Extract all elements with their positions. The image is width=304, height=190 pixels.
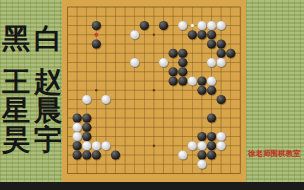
black-name-char-1: 王 bbox=[1, 67, 31, 97]
stone-white bbox=[92, 141, 101, 150]
stone-black bbox=[140, 21, 149, 30]
stone-black bbox=[197, 150, 206, 159]
stone-black bbox=[169, 67, 178, 76]
stone-white bbox=[217, 58, 226, 67]
stone-black bbox=[226, 49, 235, 58]
red-dot-marker bbox=[94, 33, 98, 37]
stone-black bbox=[178, 67, 187, 76]
stone-white bbox=[217, 141, 226, 150]
hoshi-point bbox=[153, 89, 155, 91]
stone-black bbox=[207, 132, 216, 141]
left-player-panel: 黑 王 星 昊 白 赵 晨 宇 bbox=[0, 0, 62, 182]
stone-black bbox=[197, 76, 206, 85]
stone-white bbox=[197, 160, 206, 169]
stone-white bbox=[197, 21, 206, 30]
stone-white bbox=[217, 21, 226, 30]
stone-black bbox=[207, 86, 216, 95]
stone-black bbox=[178, 76, 187, 85]
stone-black bbox=[82, 132, 91, 141]
stone-white bbox=[101, 95, 110, 104]
stone-black bbox=[169, 49, 178, 58]
black-name-char-2: 星 bbox=[1, 96, 31, 126]
hoshi-point bbox=[95, 89, 97, 91]
go-board-svg[interactable] bbox=[62, 0, 246, 182]
stone-black bbox=[178, 49, 187, 58]
stone-white bbox=[207, 21, 216, 30]
stone-white bbox=[101, 141, 110, 150]
stone-black bbox=[197, 132, 206, 141]
stone-white bbox=[73, 132, 82, 141]
stone-white bbox=[207, 76, 216, 85]
watermark-text: 徐老师围棋教室 bbox=[248, 149, 302, 159]
stone-black bbox=[207, 113, 216, 122]
stone-white bbox=[130, 58, 139, 67]
white-name-char-2: 晨 bbox=[33, 96, 63, 126]
stone-white bbox=[82, 95, 91, 104]
white-label: 白 bbox=[33, 24, 63, 54]
stone-black bbox=[169, 76, 178, 85]
stone-black bbox=[73, 113, 82, 122]
black-label: 黑 bbox=[1, 24, 31, 54]
stone-black bbox=[207, 30, 216, 39]
stone-black bbox=[92, 39, 101, 48]
go-board[interactable] bbox=[62, 0, 246, 182]
stone-black bbox=[92, 21, 101, 30]
stone-white bbox=[188, 141, 197, 150]
stone-white bbox=[207, 58, 216, 67]
stone-black bbox=[82, 150, 91, 159]
stone-white bbox=[159, 58, 168, 67]
stone-white bbox=[130, 30, 139, 39]
stone-black bbox=[159, 21, 168, 30]
white-name-char-3: 宇 bbox=[33, 125, 63, 155]
black-name-char-3: 昊 bbox=[1, 125, 31, 155]
stone-white bbox=[178, 150, 187, 159]
stone-black bbox=[82, 113, 91, 122]
stone-black bbox=[217, 49, 226, 58]
stone-black bbox=[92, 150, 101, 159]
stone-black bbox=[82, 123, 91, 132]
stone-white bbox=[73, 123, 82, 132]
video-frame: 黑 王 星 昊 白 赵 晨 宇 徐老师围棋教室 bbox=[0, 0, 304, 190]
stone-black bbox=[207, 150, 216, 159]
stone-white bbox=[82, 141, 91, 150]
stone-black bbox=[178, 58, 187, 67]
stone-white bbox=[188, 76, 197, 85]
stone-white bbox=[178, 21, 187, 30]
hoshi-point bbox=[153, 34, 155, 36]
stone-black bbox=[217, 95, 226, 104]
stone-black bbox=[111, 150, 120, 159]
white-name-char-1: 赵 bbox=[33, 67, 63, 97]
hoshi-point bbox=[153, 145, 155, 147]
stone-black bbox=[197, 86, 206, 95]
stone-black bbox=[207, 141, 216, 150]
stone-black bbox=[73, 141, 82, 150]
stone-black bbox=[188, 30, 197, 39]
stone-white bbox=[217, 132, 226, 141]
white-dot-marker bbox=[191, 24, 195, 28]
stone-white bbox=[197, 141, 206, 150]
video-progress-bar[interactable] bbox=[0, 182, 304, 190]
stone-black bbox=[217, 39, 226, 48]
stone-black bbox=[197, 30, 206, 39]
stone-black bbox=[207, 39, 216, 48]
stone-black bbox=[73, 150, 82, 159]
